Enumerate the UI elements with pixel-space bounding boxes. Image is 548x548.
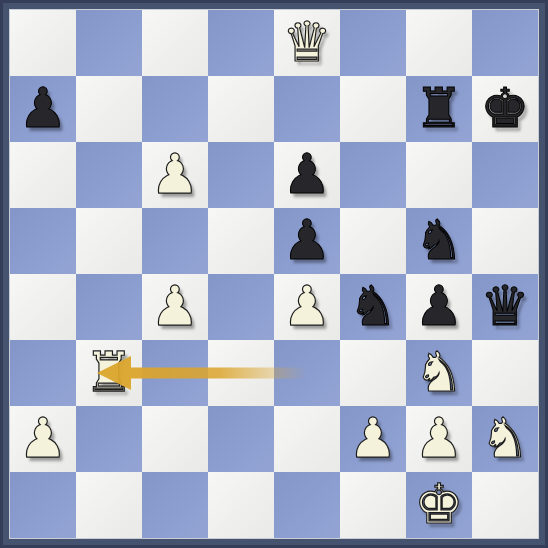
square-h4[interactable]: ♛ <box>472 274 538 340</box>
square-d6[interactable] <box>208 142 274 208</box>
square-b5[interactable] <box>76 208 142 274</box>
white-knight-piece[interactable]: ♞ <box>406 340 472 406</box>
square-a3[interactable] <box>10 340 76 406</box>
square-d7[interactable] <box>208 76 274 142</box>
black-pawn-piece[interactable]: ♟ <box>274 208 340 274</box>
square-b6[interactable] <box>76 142 142 208</box>
square-b7[interactable] <box>76 76 142 142</box>
square-g3[interactable]: ♞ <box>406 340 472 406</box>
square-g5[interactable]: ♞ <box>406 208 472 274</box>
black-queen-piece[interactable]: ♛ <box>472 274 538 340</box>
black-pawn-piece[interactable]: ♟ <box>10 76 76 142</box>
square-c2[interactable] <box>142 406 208 472</box>
square-c8[interactable] <box>142 10 208 76</box>
square-c7[interactable] <box>142 76 208 142</box>
chess-board-frame: ♛♟♜♚♟♟♟♞♟♟♞♟♛♜♞♟♟♟♞♚ <box>0 0 548 548</box>
square-e5[interactable]: ♟ <box>274 208 340 274</box>
square-e3[interactable] <box>274 340 340 406</box>
white-pawn-piece[interactable]: ♟ <box>142 274 208 340</box>
square-d2[interactable] <box>208 406 274 472</box>
black-rook-piece[interactable]: ♜ <box>406 76 472 142</box>
white-pawn-piece[interactable]: ♟ <box>406 406 472 472</box>
square-b4[interactable] <box>76 274 142 340</box>
square-c4[interactable]: ♟ <box>142 274 208 340</box>
square-h6[interactable] <box>472 142 538 208</box>
square-a8[interactable] <box>10 10 76 76</box>
square-e7[interactable] <box>274 76 340 142</box>
square-e1[interactable] <box>274 472 340 538</box>
black-knight-piece[interactable]: ♞ <box>340 274 406 340</box>
white-rook-piece[interactable]: ♜ <box>76 340 142 406</box>
square-f8[interactable] <box>340 10 406 76</box>
white-pawn-piece[interactable]: ♟ <box>274 274 340 340</box>
black-pawn-piece[interactable]: ♟ <box>274 142 340 208</box>
square-b3[interactable]: ♜ <box>76 340 142 406</box>
square-d8[interactable] <box>208 10 274 76</box>
square-g8[interactable] <box>406 10 472 76</box>
square-f7[interactable] <box>340 76 406 142</box>
square-d4[interactable] <box>208 274 274 340</box>
square-g1[interactable]: ♚ <box>406 472 472 538</box>
white-pawn-piece[interactable]: ♟ <box>10 406 76 472</box>
square-f6[interactable] <box>340 142 406 208</box>
square-h1[interactable] <box>472 472 538 538</box>
square-a4[interactable] <box>10 274 76 340</box>
square-b1[interactable] <box>76 472 142 538</box>
square-f2[interactable]: ♟ <box>340 406 406 472</box>
square-f3[interactable] <box>340 340 406 406</box>
square-h7[interactable]: ♚ <box>472 76 538 142</box>
square-g2[interactable]: ♟ <box>406 406 472 472</box>
square-a7[interactable]: ♟ <box>10 76 76 142</box>
square-c6[interactable]: ♟ <box>142 142 208 208</box>
square-b2[interactable] <box>76 406 142 472</box>
square-a2[interactable]: ♟ <box>10 406 76 472</box>
square-e4[interactable]: ♟ <box>274 274 340 340</box>
square-e8[interactable]: ♛ <box>274 10 340 76</box>
square-h8[interactable] <box>472 10 538 76</box>
square-d5[interactable] <box>208 208 274 274</box>
square-a5[interactable] <box>10 208 76 274</box>
square-g4[interactable]: ♟ <box>406 274 472 340</box>
black-king-piece[interactable]: ♚ <box>472 76 538 142</box>
white-queen-piece[interactable]: ♛ <box>274 10 340 76</box>
square-e2[interactable] <box>274 406 340 472</box>
white-pawn-piece[interactable]: ♟ <box>340 406 406 472</box>
black-pawn-piece[interactable]: ♟ <box>406 274 472 340</box>
square-g7[interactable]: ♜ <box>406 76 472 142</box>
square-d1[interactable] <box>208 472 274 538</box>
square-a6[interactable] <box>10 142 76 208</box>
square-c3[interactable] <box>142 340 208 406</box>
square-d3[interactable] <box>208 340 274 406</box>
square-f4[interactable]: ♞ <box>340 274 406 340</box>
square-e6[interactable]: ♟ <box>274 142 340 208</box>
black-knight-piece[interactable]: ♞ <box>406 208 472 274</box>
white-knight-piece[interactable]: ♞ <box>472 406 538 472</box>
square-g6[interactable] <box>406 142 472 208</box>
square-f1[interactable] <box>340 472 406 538</box>
square-c1[interactable] <box>142 472 208 538</box>
square-h5[interactable] <box>472 208 538 274</box>
white-king-piece[interactable]: ♚ <box>406 472 472 538</box>
white-pawn-piece[interactable]: ♟ <box>142 142 208 208</box>
square-h2[interactable]: ♞ <box>472 406 538 472</box>
square-b8[interactable] <box>76 10 142 76</box>
square-c5[interactable] <box>142 208 208 274</box>
square-a1[interactable] <box>10 472 76 538</box>
square-f5[interactable] <box>340 208 406 274</box>
square-h3[interactable] <box>472 340 538 406</box>
chess-board[interactable]: ♛♟♜♚♟♟♟♞♟♟♞♟♛♜♞♟♟♟♞♚ <box>10 10 538 538</box>
